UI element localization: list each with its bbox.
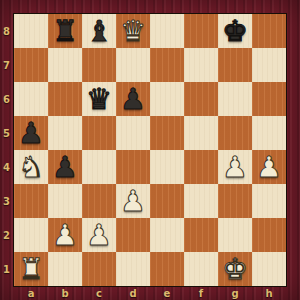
square-f4[interactable] (184, 150, 218, 184)
square-c6[interactable]: ♛ (82, 82, 116, 116)
square-e8[interactable] (150, 14, 184, 48)
square-a8[interactable] (14, 14, 48, 48)
file-label-h: h (252, 287, 286, 300)
square-g2[interactable] (218, 218, 252, 252)
square-d7[interactable] (116, 48, 150, 82)
square-d1[interactable] (116, 252, 150, 286)
rank-labels: 87654321 (0, 14, 13, 286)
square-f1[interactable] (184, 252, 218, 286)
square-b1[interactable] (48, 252, 82, 286)
black-bishop-icon[interactable]: ♝ (86, 14, 112, 48)
white-pawn-icon[interactable]: ♟ (256, 150, 282, 184)
black-queen-icon[interactable]: ♛ (86, 82, 112, 116)
white-queen-icon[interactable]: ♛ (120, 14, 146, 48)
square-e2[interactable] (150, 218, 184, 252)
black-king-icon[interactable]: ♚ (222, 14, 248, 48)
white-knight-icon[interactable]: ♞ (18, 150, 44, 184)
square-d6[interactable]: ♟ (116, 82, 150, 116)
chess-board: ♜♝♛♚♛♟♟♞♟♟♟♟♟♟♜♚ (13, 13, 287, 287)
square-f6[interactable] (184, 82, 218, 116)
square-g4[interactable]: ♟ (218, 150, 252, 184)
square-d3[interactable]: ♟ (116, 184, 150, 218)
white-rook-icon[interactable]: ♜ (18, 252, 44, 286)
square-d8[interactable]: ♛ (116, 14, 150, 48)
square-c4[interactable] (82, 150, 116, 184)
square-g6[interactable] (218, 82, 252, 116)
square-a3[interactable] (14, 184, 48, 218)
square-a1[interactable]: ♜ (14, 252, 48, 286)
square-c3[interactable] (82, 184, 116, 218)
square-a6[interactable] (14, 82, 48, 116)
rank-label-6: 6 (0, 82, 13, 116)
rank-label-4: 4 (0, 150, 13, 184)
square-h8[interactable] (252, 14, 286, 48)
chess-board-frame: 87654321 abcdefgh ♜♝♛♚♛♟♟♞♟♟♟♟♟♟♜♚ (0, 0, 300, 300)
square-c2[interactable]: ♟ (82, 218, 116, 252)
square-f5[interactable] (184, 116, 218, 150)
square-g1[interactable]: ♚ (218, 252, 252, 286)
square-f7[interactable] (184, 48, 218, 82)
rank-label-1: 1 (0, 252, 13, 286)
square-e1[interactable] (150, 252, 184, 286)
square-e7[interactable] (150, 48, 184, 82)
square-f2[interactable] (184, 218, 218, 252)
white-pawn-icon[interactable]: ♟ (120, 184, 146, 218)
square-f8[interactable] (184, 14, 218, 48)
square-g5[interactable] (218, 116, 252, 150)
square-a7[interactable] (14, 48, 48, 82)
square-d2[interactable] (116, 218, 150, 252)
rank-label-3: 3 (0, 184, 13, 218)
square-e5[interactable] (150, 116, 184, 150)
square-h6[interactable] (252, 82, 286, 116)
rank-label-7: 7 (0, 48, 13, 82)
square-d4[interactable] (116, 150, 150, 184)
square-b8[interactable]: ♜ (48, 14, 82, 48)
square-b3[interactable] (48, 184, 82, 218)
square-c7[interactable] (82, 48, 116, 82)
file-labels: abcdefgh (14, 287, 286, 300)
black-rook-icon[interactable]: ♜ (52, 14, 78, 48)
square-h1[interactable] (252, 252, 286, 286)
file-label-f: f (184, 287, 218, 300)
square-b5[interactable] (48, 116, 82, 150)
file-label-a: a (14, 287, 48, 300)
white-pawn-icon[interactable]: ♟ (222, 150, 248, 184)
white-pawn-icon[interactable]: ♟ (52, 218, 78, 252)
file-label-c: c (82, 287, 116, 300)
black-pawn-icon[interactable]: ♟ (120, 82, 146, 116)
square-a2[interactable] (14, 218, 48, 252)
white-pawn-icon[interactable]: ♟ (86, 218, 112, 252)
rank-label-5: 5 (0, 116, 13, 150)
file-label-g: g (218, 287, 252, 300)
rank-label-2: 2 (0, 218, 13, 252)
file-label-b: b (48, 287, 82, 300)
square-d5[interactable] (116, 116, 150, 150)
square-g8[interactable]: ♚ (218, 14, 252, 48)
square-c8[interactable]: ♝ (82, 14, 116, 48)
square-h4[interactable]: ♟ (252, 150, 286, 184)
square-h3[interactable] (252, 184, 286, 218)
rank-label-8: 8 (0, 14, 13, 48)
square-c1[interactable] (82, 252, 116, 286)
square-b7[interactable] (48, 48, 82, 82)
square-b4[interactable]: ♟ (48, 150, 82, 184)
square-a4[interactable]: ♞ (14, 150, 48, 184)
square-c5[interactable] (82, 116, 116, 150)
square-e6[interactable] (150, 82, 184, 116)
file-label-e: e (150, 287, 184, 300)
square-h7[interactable] (252, 48, 286, 82)
square-g7[interactable] (218, 48, 252, 82)
black-pawn-icon[interactable]: ♟ (52, 150, 78, 184)
square-g3[interactable] (218, 184, 252, 218)
square-a5[interactable]: ♟ (14, 116, 48, 150)
white-king-icon[interactable]: ♚ (222, 252, 248, 286)
square-h5[interactable] (252, 116, 286, 150)
square-b2[interactable]: ♟ (48, 218, 82, 252)
square-e3[interactable] (150, 184, 184, 218)
square-f3[interactable] (184, 184, 218, 218)
square-h2[interactable] (252, 218, 286, 252)
file-label-d: d (116, 287, 150, 300)
square-e4[interactable] (150, 150, 184, 184)
square-b6[interactable] (48, 82, 82, 116)
black-pawn-icon[interactable]: ♟ (18, 116, 44, 150)
